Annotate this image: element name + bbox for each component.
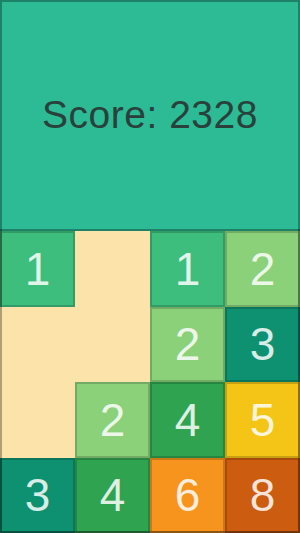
puzzle-board[interactable]: 112232453468 xyxy=(0,231,300,533)
tile-3[interactable]: 3 xyxy=(0,458,75,533)
tile-5[interactable]: 5 xyxy=(225,382,300,458)
tile-4[interactable]: 4 xyxy=(150,382,225,458)
score-text: Score: 2328 xyxy=(42,93,258,137)
tile-1[interactable]: 1 xyxy=(0,231,75,307)
empty-cell[interactable] xyxy=(0,382,75,458)
tile-4[interactable]: 4 xyxy=(75,458,150,533)
tile-2[interactable]: 2 xyxy=(150,307,225,383)
empty-cell[interactable] xyxy=(0,307,75,383)
tile-2[interactable]: 2 xyxy=(75,382,150,458)
empty-cell[interactable] xyxy=(75,307,150,383)
empty-cell[interactable] xyxy=(75,231,150,307)
tile-8[interactable]: 8 xyxy=(225,458,300,533)
tile-2[interactable]: 2 xyxy=(225,231,300,307)
tile-1[interactable]: 1 xyxy=(150,231,225,307)
tile-3[interactable]: 3 xyxy=(225,307,300,383)
tile-6[interactable]: 6 xyxy=(150,458,225,533)
score-header: Score: 2328 xyxy=(0,0,300,231)
game-screen: Score: 2328 112232453468 xyxy=(0,0,300,533)
